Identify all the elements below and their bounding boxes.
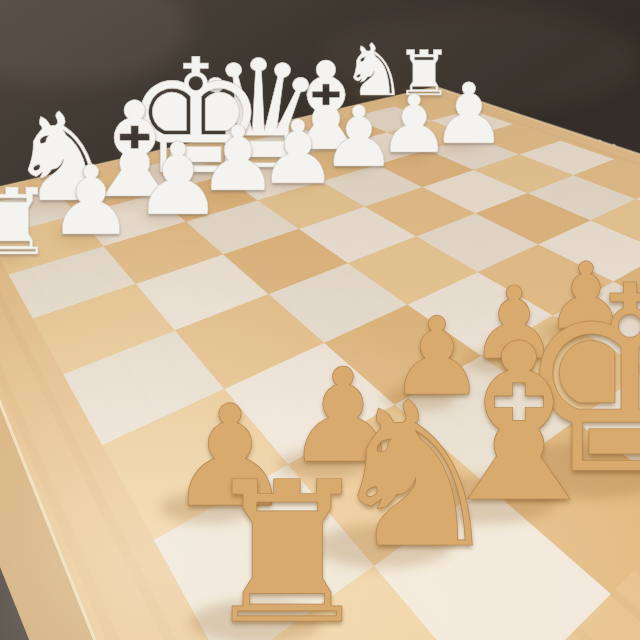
- piece-wood-rook-h8[interactable]: ♜: [200, 456, 375, 640]
- piece-white-pawn-f2[interactable]: ♟: [133, 130, 223, 230]
- chess-photo-scene: ♞♜♟♝♟♛♟♚♟♟♝♞♟♟♜♟♟♟♟♚♝♟♞♜: [0, 0, 640, 640]
- piece-white-rook-h1[interactable]: ♜: [0, 177, 53, 269]
- piece-white-pawn-g2[interactable]: ♟: [48, 153, 134, 249]
